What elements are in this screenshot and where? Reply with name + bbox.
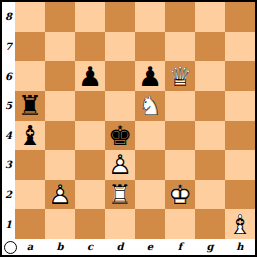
square-g6[interactable] <box>195 61 225 91</box>
white-knight-e5: ♞♘ <box>138 92 162 119</box>
file-label-a: a <box>15 239 45 254</box>
square-f3[interactable] <box>165 150 195 180</box>
square-a3[interactable] <box>15 150 45 180</box>
square-e8[interactable] <box>135 2 165 32</box>
white-pawn-d3: ♟♙ <box>108 151 132 178</box>
square-e7[interactable] <box>135 32 165 62</box>
square-e3[interactable] <box>135 150 165 180</box>
square-g8[interactable] <box>195 2 225 32</box>
chess-diagram: 87654321 ♟♟♛♕♜♞♘♝♚♟♙♟♙♜♖♚♔♝♗ abcdefgh <box>0 0 257 257</box>
rank-label-3: 3 <box>2 150 15 180</box>
square-h2[interactable] <box>225 180 255 210</box>
square-d2[interactable]: ♜♖ <box>105 180 135 210</box>
white-king-f2: ♚♔ <box>168 181 192 208</box>
square-a8[interactable] <box>15 2 45 32</box>
file-label-e: e <box>135 239 165 254</box>
square-h5[interactable] <box>225 91 255 121</box>
square-f5[interactable] <box>165 91 195 121</box>
square-d3[interactable]: ♟♙ <box>105 150 135 180</box>
square-f2[interactable]: ♚♔ <box>165 180 195 210</box>
square-e5[interactable]: ♞♘ <box>135 91 165 121</box>
square-a2[interactable] <box>15 180 45 210</box>
square-a1[interactable] <box>15 209 45 239</box>
square-c8[interactable] <box>75 2 105 32</box>
file-label-g: g <box>195 239 225 254</box>
square-b4[interactable] <box>45 121 75 151</box>
square-b2[interactable]: ♟♙ <box>45 180 75 210</box>
square-h7[interactable] <box>225 32 255 62</box>
square-b6[interactable] <box>45 61 75 91</box>
square-e2[interactable] <box>135 180 165 210</box>
square-d5[interactable] <box>105 91 135 121</box>
square-f4[interactable] <box>165 121 195 151</box>
square-a6[interactable] <box>15 61 45 91</box>
square-b3[interactable] <box>45 150 75 180</box>
rank-label-5: 5 <box>2 91 15 121</box>
square-c1[interactable] <box>75 209 105 239</box>
square-c6[interactable]: ♟ <box>75 61 105 91</box>
file-labels: abcdefgh <box>15 239 255 254</box>
black-pawn-e6: ♟ <box>138 63 162 90</box>
square-a5[interactable]: ♜ <box>15 91 45 121</box>
file-label-h: h <box>225 239 255 254</box>
rank-label-4: 4 <box>2 121 15 151</box>
square-c2[interactable] <box>75 180 105 210</box>
square-c4[interactable] <box>75 121 105 151</box>
square-b7[interactable] <box>45 32 75 62</box>
square-e4[interactable] <box>135 121 165 151</box>
square-d4[interactable]: ♚ <box>105 121 135 151</box>
rank-label-1: 1 <box>2 209 15 239</box>
square-d6[interactable] <box>105 61 135 91</box>
chess-board[interactable]: ♟♟♛♕♜♞♘♝♚♟♙♟♙♜♖♚♔♝♗ <box>15 2 255 239</box>
rank-label-7: 7 <box>2 32 15 62</box>
rank-label-8: 8 <box>2 2 15 32</box>
square-c7[interactable] <box>75 32 105 62</box>
black-rook-a5: ♜ <box>18 92 42 119</box>
rank-labels: 87654321 <box>2 2 15 239</box>
white-rook-d2: ♜♖ <box>108 181 132 208</box>
square-g1[interactable] <box>195 209 225 239</box>
square-h1[interactable]: ♝♗ <box>225 209 255 239</box>
file-label-d: d <box>105 239 135 254</box>
black-bishop-a4: ♝ <box>18 122 42 149</box>
side-to-move-indicator <box>4 241 17 254</box>
file-label-c: c <box>75 239 105 254</box>
board-panel: 87654321 ♟♟♛♕♜♞♘♝♚♟♙♟♙♜♖♚♔♝♗ abcdefgh <box>2 2 255 255</box>
rank-label-6: 6 <box>2 61 15 91</box>
square-h6[interactable] <box>225 61 255 91</box>
rank-label-2: 2 <box>2 180 15 210</box>
file-label-f: f <box>165 239 195 254</box>
square-c3[interactable] <box>75 150 105 180</box>
square-f6[interactable]: ♛♕ <box>165 61 195 91</box>
square-d1[interactable] <box>105 209 135 239</box>
square-g3[interactable] <box>195 150 225 180</box>
square-h4[interactable] <box>225 121 255 151</box>
square-a4[interactable]: ♝ <box>15 121 45 151</box>
square-g4[interactable] <box>195 121 225 151</box>
square-h8[interactable] <box>225 2 255 32</box>
square-a7[interactable] <box>15 32 45 62</box>
square-g2[interactable] <box>195 180 225 210</box>
square-g5[interactable] <box>195 91 225 121</box>
square-h3[interactable] <box>225 150 255 180</box>
square-b1[interactable] <box>45 209 75 239</box>
square-b5[interactable] <box>45 91 75 121</box>
white-pawn-b2: ♟♙ <box>48 181 72 208</box>
square-e1[interactable] <box>135 209 165 239</box>
square-g7[interactable] <box>195 32 225 62</box>
square-c5[interactable] <box>75 91 105 121</box>
square-b8[interactable] <box>45 2 75 32</box>
square-f8[interactable] <box>165 2 195 32</box>
square-e6[interactable]: ♟ <box>135 61 165 91</box>
square-f1[interactable] <box>165 209 195 239</box>
square-d7[interactable] <box>105 32 135 62</box>
black-pawn-c6: ♟ <box>78 63 102 90</box>
file-label-b: b <box>45 239 75 254</box>
black-king-d4: ♚ <box>108 122 132 149</box>
white-bishop-h1: ♝♗ <box>228 211 252 238</box>
white-queen-f6: ♛♕ <box>168 63 192 90</box>
square-d8[interactable] <box>105 2 135 32</box>
square-f7[interactable] <box>165 32 195 62</box>
